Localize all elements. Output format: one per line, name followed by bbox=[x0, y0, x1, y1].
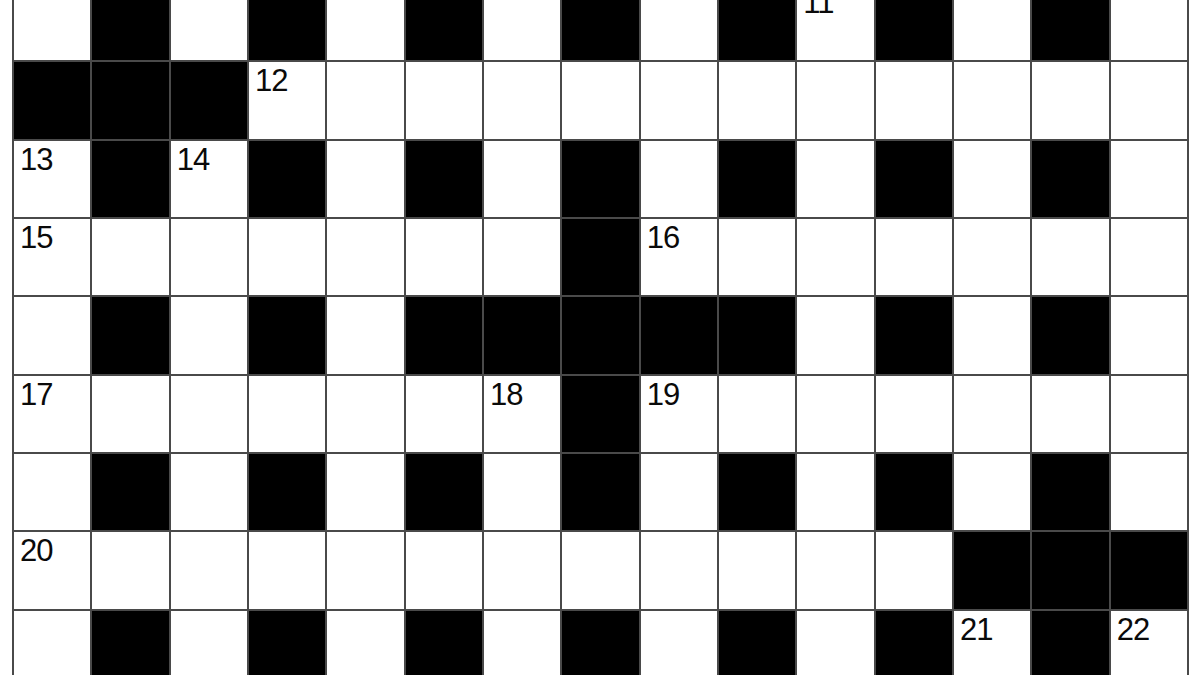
cell-r9c3[interactable] bbox=[171, 611, 247, 675]
cell-r4c13[interactable] bbox=[954, 219, 1030, 295]
black-cell-r9c10 bbox=[719, 611, 795, 675]
clue-number-20: 20 bbox=[20, 535, 52, 568]
cell-r4c5[interactable] bbox=[327, 219, 403, 295]
black-cell-r1c14 bbox=[1032, 0, 1108, 60]
black-cell-r5c7 bbox=[484, 297, 560, 373]
black-cell-r7c12 bbox=[876, 454, 952, 530]
cell-r4c15[interactable] bbox=[1111, 219, 1187, 295]
black-cell-r5c10 bbox=[719, 297, 795, 373]
black-cell-r9c14 bbox=[1032, 611, 1108, 675]
clue-number-18: 18 bbox=[490, 379, 522, 412]
cell-r2c4[interactable]: 12 bbox=[249, 62, 325, 138]
black-cell-r9c2 bbox=[92, 611, 168, 675]
cell-r4c9[interactable]: 16 bbox=[641, 219, 717, 295]
black-cell-r5c9 bbox=[641, 297, 717, 373]
cell-r8c8[interactable] bbox=[562, 532, 638, 608]
cell-r2c5[interactable] bbox=[327, 62, 403, 138]
cell-r6c9[interactable]: 19 bbox=[641, 376, 717, 452]
cell-r8c1[interactable]: 20 bbox=[14, 532, 90, 608]
clue-number-19: 19 bbox=[647, 379, 679, 412]
cell-r8c6[interactable] bbox=[406, 532, 482, 608]
cell-r6c13[interactable] bbox=[954, 376, 1030, 452]
cell-r4c6[interactable] bbox=[406, 219, 482, 295]
cell-r3c11[interactable] bbox=[797, 141, 873, 217]
cell-r5c11[interactable] bbox=[797, 297, 873, 373]
black-cell-r3c12 bbox=[876, 141, 952, 217]
clue-number-14: 14 bbox=[177, 144, 209, 177]
cell-r9c5[interactable] bbox=[327, 611, 403, 675]
black-cell-r2c2 bbox=[92, 62, 168, 138]
cell-r2c6[interactable] bbox=[406, 62, 482, 138]
black-cell-r7c10 bbox=[719, 454, 795, 530]
cell-r6c2[interactable] bbox=[92, 376, 168, 452]
clue-number-17: 17 bbox=[20, 379, 52, 412]
cell-r8c7[interactable] bbox=[484, 532, 560, 608]
cell-r2c11[interactable] bbox=[797, 62, 873, 138]
black-cell-r1c10 bbox=[719, 0, 795, 60]
cell-r1c3[interactable] bbox=[171, 0, 247, 60]
clue-number-21: 21 bbox=[960, 614, 992, 647]
black-cell-r1c6 bbox=[406, 0, 482, 60]
black-cell-r2c3 bbox=[171, 62, 247, 138]
cell-r6c7[interactable]: 18 bbox=[484, 376, 560, 452]
cell-r8c2[interactable] bbox=[92, 532, 168, 608]
cell-r8c5[interactable] bbox=[327, 532, 403, 608]
cell-r7c1[interactable] bbox=[14, 454, 90, 530]
cell-r6c3[interactable] bbox=[171, 376, 247, 452]
clue-number-15: 15 bbox=[20, 222, 52, 255]
cell-r6c15[interactable] bbox=[1111, 376, 1187, 452]
cell-r8c3[interactable] bbox=[171, 532, 247, 608]
cell-r5c3[interactable] bbox=[171, 297, 247, 373]
cell-r7c15[interactable] bbox=[1111, 454, 1187, 530]
clue-number-13: 13 bbox=[20, 144, 52, 177]
cell-r6c12[interactable] bbox=[876, 376, 952, 452]
black-cell-r9c6 bbox=[406, 611, 482, 675]
cell-r6c6[interactable] bbox=[406, 376, 482, 452]
black-cell-r1c2 bbox=[92, 0, 168, 60]
cell-r6c10[interactable] bbox=[719, 376, 795, 452]
cell-r2c15[interactable] bbox=[1111, 62, 1187, 138]
black-cell-r9c4 bbox=[249, 611, 325, 675]
black-cell-r3c6 bbox=[406, 141, 482, 217]
cell-r1c15[interactable] bbox=[1111, 0, 1187, 60]
black-cell-r3c8 bbox=[562, 141, 638, 217]
crossword-screenshot: 111213141516171819202122 bbox=[0, 0, 1200, 675]
cell-r3c9[interactable] bbox=[641, 141, 717, 217]
black-cell-r4c8 bbox=[562, 219, 638, 295]
cell-r7c7[interactable] bbox=[484, 454, 560, 530]
crossword-grid: 111213141516171819202122 bbox=[12, 0, 1189, 675]
cell-r9c13[interactable]: 21 bbox=[954, 611, 1030, 675]
cell-r8c4[interactable] bbox=[249, 532, 325, 608]
cell-r8c12[interactable] bbox=[876, 532, 952, 608]
black-cell-r7c14 bbox=[1032, 454, 1108, 530]
cell-r5c13[interactable] bbox=[954, 297, 1030, 373]
cell-r1c11[interactable]: 11 bbox=[797, 0, 873, 60]
cell-r3c13[interactable] bbox=[954, 141, 1030, 217]
cell-r4c7[interactable] bbox=[484, 219, 560, 295]
cell-r2c10[interactable] bbox=[719, 62, 795, 138]
cell-r4c4[interactable] bbox=[249, 219, 325, 295]
black-cell-r6c8 bbox=[562, 376, 638, 452]
cell-r7c5[interactable] bbox=[327, 454, 403, 530]
cell-r6c11[interactable] bbox=[797, 376, 873, 452]
cell-r4c3[interactable] bbox=[171, 219, 247, 295]
black-cell-r7c2 bbox=[92, 454, 168, 530]
cell-r1c13[interactable] bbox=[954, 0, 1030, 60]
cell-r7c9[interactable] bbox=[641, 454, 717, 530]
cell-r5c15[interactable] bbox=[1111, 297, 1187, 373]
cell-r2c13[interactable] bbox=[954, 62, 1030, 138]
cell-r6c4[interactable] bbox=[249, 376, 325, 452]
black-cell-r7c8 bbox=[562, 454, 638, 530]
black-cell-r8c14 bbox=[1032, 532, 1108, 608]
cell-r4c2[interactable] bbox=[92, 219, 168, 295]
cell-r8c10[interactable] bbox=[719, 532, 795, 608]
cell-r9c11[interactable] bbox=[797, 611, 873, 675]
cell-r5c5[interactable] bbox=[327, 297, 403, 373]
black-cell-r1c12 bbox=[876, 0, 952, 60]
black-cell-r8c13 bbox=[954, 532, 1030, 608]
cell-r6c1[interactable]: 17 bbox=[14, 376, 90, 452]
black-cell-r5c6 bbox=[406, 297, 482, 373]
cell-r7c13[interactable] bbox=[954, 454, 1030, 530]
black-cell-r9c8 bbox=[562, 611, 638, 675]
black-cell-r3c2 bbox=[92, 141, 168, 217]
black-cell-r5c14 bbox=[1032, 297, 1108, 373]
cell-r3c7[interactable] bbox=[484, 141, 560, 217]
cell-r2c12[interactable] bbox=[876, 62, 952, 138]
cell-r1c1[interactable] bbox=[14, 0, 90, 60]
clue-number-22: 22 bbox=[1117, 614, 1149, 647]
black-cell-r1c4 bbox=[249, 0, 325, 60]
cell-r4c14[interactable] bbox=[1032, 219, 1108, 295]
black-cell-r2c1 bbox=[14, 62, 90, 138]
black-cell-r1c8 bbox=[562, 0, 638, 60]
cell-r2c14[interactable] bbox=[1032, 62, 1108, 138]
clue-number-12: 12 bbox=[255, 65, 287, 98]
clue-number-11: 11 bbox=[803, 0, 833, 20]
cell-r7c3[interactable] bbox=[171, 454, 247, 530]
black-cell-r3c10 bbox=[719, 141, 795, 217]
black-cell-r5c4 bbox=[249, 297, 325, 373]
cell-r3c3[interactable]: 14 bbox=[171, 141, 247, 217]
cell-r9c9[interactable] bbox=[641, 611, 717, 675]
cell-r4c11[interactable] bbox=[797, 219, 873, 295]
cell-r8c11[interactable] bbox=[797, 532, 873, 608]
cell-r1c9[interactable] bbox=[641, 0, 717, 60]
cell-r8c9[interactable] bbox=[641, 532, 717, 608]
black-cell-r8c15 bbox=[1111, 532, 1187, 608]
cell-r9c15[interactable]: 22 bbox=[1111, 611, 1187, 675]
cell-r3c1[interactable]: 13 bbox=[14, 141, 90, 217]
cell-r2c9[interactable] bbox=[641, 62, 717, 138]
black-cell-r3c4 bbox=[249, 141, 325, 217]
black-cell-r5c12 bbox=[876, 297, 952, 373]
cell-r3c15[interactable] bbox=[1111, 141, 1187, 217]
cell-r1c7[interactable] bbox=[484, 0, 560, 60]
cell-r4c10[interactable] bbox=[719, 219, 795, 295]
black-cell-r7c4 bbox=[249, 454, 325, 530]
cell-r6c5[interactable] bbox=[327, 376, 403, 452]
cell-r9c1[interactable] bbox=[14, 611, 90, 675]
cell-r2c7[interactable] bbox=[484, 62, 560, 138]
black-cell-r5c8 bbox=[562, 297, 638, 373]
cell-r1c5[interactable] bbox=[327, 0, 403, 60]
cell-r7c11[interactable] bbox=[797, 454, 873, 530]
black-cell-r3c14 bbox=[1032, 141, 1108, 217]
cell-r6c14[interactable] bbox=[1032, 376, 1108, 452]
cell-r5c1[interactable] bbox=[14, 297, 90, 373]
cell-r4c1[interactable]: 15 bbox=[14, 219, 90, 295]
cell-r2c8[interactable] bbox=[562, 62, 638, 138]
black-cell-r7c6 bbox=[406, 454, 482, 530]
cell-r3c5[interactable] bbox=[327, 141, 403, 217]
cell-r4c12[interactable] bbox=[876, 219, 952, 295]
clue-number-16: 16 bbox=[647, 222, 679, 255]
black-cell-r5c2 bbox=[92, 297, 168, 373]
black-cell-r9c12 bbox=[876, 611, 952, 675]
cell-r9c7[interactable] bbox=[484, 611, 560, 675]
